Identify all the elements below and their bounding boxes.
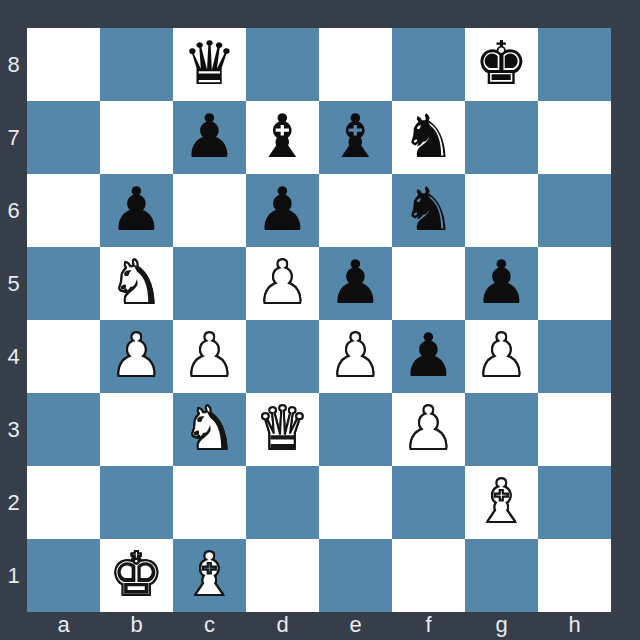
black-knight-piece[interactable]: ♞ [402, 179, 456, 239]
white-bishop-piece[interactable]: ♝ [475, 471, 529, 531]
black-pawn-piece[interactable]: ♟ [256, 179, 310, 239]
square-f3[interactable]: ♟ [392, 393, 465, 466]
square-c4[interactable]: ♟ [173, 320, 246, 393]
file-label-a: a [27, 612, 100, 640]
square-a5[interactable] [27, 247, 100, 320]
square-b7[interactable] [100, 101, 173, 174]
square-d4[interactable] [246, 320, 319, 393]
rank-labels: 87654321 [0, 28, 27, 612]
square-h6[interactable] [538, 174, 611, 247]
square-a2[interactable] [27, 466, 100, 539]
black-queen-piece[interactable]: ♛ [183, 33, 237, 93]
black-pawn-piece[interactable]: ♟ [329, 252, 383, 312]
square-b2[interactable] [100, 466, 173, 539]
square-h3[interactable] [538, 393, 611, 466]
file-label-h: h [538, 612, 611, 640]
black-pawn-piece[interactable]: ♟ [402, 325, 456, 385]
square-c8[interactable]: ♛ [173, 28, 246, 101]
square-h7[interactable] [538, 101, 611, 174]
chess-board: ♛♚♟♝♝♞♟♟♞♞♟♟♟♟♟♟♟♟♞♛♟♝♚♝ [27, 28, 611, 612]
square-g7[interactable] [465, 101, 538, 174]
square-h4[interactable] [538, 320, 611, 393]
square-a6[interactable] [27, 174, 100, 247]
square-h1[interactable] [538, 539, 611, 612]
square-f8[interactable] [392, 28, 465, 101]
square-e2[interactable] [319, 466, 392, 539]
white-knight-piece[interactable]: ♞ [183, 398, 237, 458]
square-d5[interactable]: ♟ [246, 247, 319, 320]
black-pawn-piece[interactable]: ♟ [110, 179, 164, 239]
black-bishop-piece[interactable]: ♝ [256, 106, 310, 166]
square-g2[interactable]: ♝ [465, 466, 538, 539]
square-d1[interactable] [246, 539, 319, 612]
square-g8[interactable]: ♚ [465, 28, 538, 101]
white-pawn-piece[interactable]: ♟ [256, 252, 310, 312]
rank-label-2: 2 [0, 466, 27, 539]
file-label-g: g [465, 612, 538, 640]
square-c2[interactable] [173, 466, 246, 539]
square-h8[interactable] [538, 28, 611, 101]
white-pawn-piece[interactable]: ♟ [110, 325, 164, 385]
white-knight-piece[interactable]: ♞ [110, 252, 164, 312]
square-b4[interactable]: ♟ [100, 320, 173, 393]
square-e1[interactable] [319, 539, 392, 612]
square-h5[interactable] [538, 247, 611, 320]
square-e4[interactable]: ♟ [319, 320, 392, 393]
square-f4[interactable]: ♟ [392, 320, 465, 393]
square-e5[interactable]: ♟ [319, 247, 392, 320]
rank-label-7: 7 [0, 101, 27, 174]
square-e7[interactable]: ♝ [319, 101, 392, 174]
square-d2[interactable] [246, 466, 319, 539]
rank-label-3: 3 [0, 393, 27, 466]
square-d3[interactable]: ♛ [246, 393, 319, 466]
square-f1[interactable] [392, 539, 465, 612]
square-c6[interactable] [173, 174, 246, 247]
square-b8[interactable] [100, 28, 173, 101]
square-g6[interactable] [465, 174, 538, 247]
black-pawn-piece[interactable]: ♟ [183, 106, 237, 166]
square-d7[interactable]: ♝ [246, 101, 319, 174]
square-b3[interactable] [100, 393, 173, 466]
rank-label-6: 6 [0, 174, 27, 247]
square-e8[interactable] [319, 28, 392, 101]
file-label-c: c [173, 612, 246, 640]
square-g3[interactable] [465, 393, 538, 466]
square-g5[interactable]: ♟ [465, 247, 538, 320]
square-a8[interactable] [27, 28, 100, 101]
square-e6[interactable] [319, 174, 392, 247]
square-f5[interactable] [392, 247, 465, 320]
square-b1[interactable]: ♚ [100, 539, 173, 612]
file-label-e: e [319, 612, 392, 640]
square-c5[interactable] [173, 247, 246, 320]
rank-label-4: 4 [0, 320, 27, 393]
file-label-f: f [392, 612, 465, 640]
square-b5[interactable]: ♞ [100, 247, 173, 320]
square-c7[interactable]: ♟ [173, 101, 246, 174]
square-f7[interactable]: ♞ [392, 101, 465, 174]
black-king-piece[interactable]: ♚ [475, 33, 529, 93]
square-c1[interactable]: ♝ [173, 539, 246, 612]
square-g1[interactable] [465, 539, 538, 612]
square-b6[interactable]: ♟ [100, 174, 173, 247]
rank-label-1: 1 [0, 539, 27, 612]
white-queen-piece[interactable]: ♛ [256, 398, 310, 458]
square-f6[interactable]: ♞ [392, 174, 465, 247]
black-bishop-piece[interactable]: ♝ [329, 106, 383, 166]
white-pawn-piece[interactable]: ♟ [402, 398, 456, 458]
white-pawn-piece[interactable]: ♟ [329, 325, 383, 385]
square-a1[interactable] [27, 539, 100, 612]
square-a7[interactable] [27, 101, 100, 174]
rank-label-5: 5 [0, 247, 27, 320]
square-f2[interactable] [392, 466, 465, 539]
square-h2[interactable] [538, 466, 611, 539]
white-king-piece[interactable]: ♚ [110, 544, 164, 604]
square-a3[interactable] [27, 393, 100, 466]
white-pawn-piece[interactable]: ♟ [475, 325, 529, 385]
file-labels: abcdefgh [27, 612, 611, 640]
square-d8[interactable] [246, 28, 319, 101]
file-label-b: b [100, 612, 173, 640]
chess-diagram: 87654321 ♛♚♟♝♝♞♟♟♞♞♟♟♟♟♟♟♟♟♞♛♟♝♚♝ abcdef… [0, 0, 640, 640]
file-label-d: d [246, 612, 319, 640]
square-d6[interactable]: ♟ [246, 174, 319, 247]
black-knight-piece[interactable]: ♞ [402, 106, 456, 166]
rank-label-8: 8 [0, 28, 27, 101]
white-pawn-piece[interactable]: ♟ [183, 325, 237, 385]
square-c3[interactable]: ♞ [173, 393, 246, 466]
square-a4[interactable] [27, 320, 100, 393]
square-g4[interactable]: ♟ [465, 320, 538, 393]
black-pawn-piece[interactable]: ♟ [475, 252, 529, 312]
white-bishop-piece[interactable]: ♝ [183, 544, 237, 604]
square-e3[interactable] [319, 393, 392, 466]
